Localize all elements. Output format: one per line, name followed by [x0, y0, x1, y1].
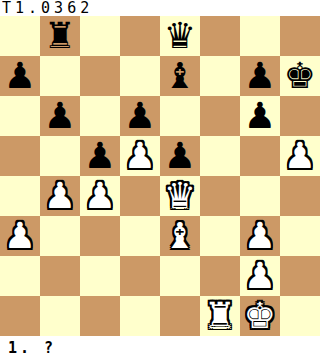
- square-a4[interactable]: [0, 176, 40, 216]
- white-bishop: ♝: [160, 216, 200, 256]
- white-pawn: ♟: [120, 136, 160, 176]
- square-d3[interactable]: [120, 216, 160, 256]
- square-f4[interactable]: [200, 176, 240, 216]
- square-d4[interactable]: [120, 176, 160, 216]
- square-c7[interactable]: [80, 56, 120, 96]
- black-pawn: ♟: [160, 136, 200, 176]
- square-e8[interactable]: ♛: [160, 16, 200, 56]
- white-pawn: ♟: [40, 176, 80, 216]
- square-f8[interactable]: [200, 16, 240, 56]
- square-b5[interactable]: [40, 136, 80, 176]
- square-h8[interactable]: [280, 16, 320, 56]
- white-pawn: ♟: [80, 176, 120, 216]
- square-e2[interactable]: [160, 256, 200, 296]
- square-b2[interactable]: [40, 256, 80, 296]
- black-rook: ♜: [40, 16, 80, 56]
- square-f7[interactable]: [200, 56, 240, 96]
- square-h1[interactable]: [280, 296, 320, 336]
- square-f6[interactable]: [200, 96, 240, 136]
- square-g4[interactable]: [240, 176, 280, 216]
- square-a6[interactable]: [0, 96, 40, 136]
- chess-puzzle-app: T1.0362 ♜♛♟♝♟♚♟♟♟♟♟♟♟♟♟♛♟♝♟♟♜♚ 1. ?: [0, 0, 320, 360]
- black-king: ♚: [280, 56, 320, 96]
- square-c6[interactable]: [80, 96, 120, 136]
- square-a8[interactable]: [0, 16, 40, 56]
- square-c4[interactable]: ♟: [80, 176, 120, 216]
- square-h3[interactable]: [280, 216, 320, 256]
- square-d5[interactable]: ♟: [120, 136, 160, 176]
- white-queen: ♛: [160, 176, 200, 216]
- square-g8[interactable]: [240, 16, 280, 56]
- square-h6[interactable]: [280, 96, 320, 136]
- square-b7[interactable]: [40, 56, 80, 96]
- square-b3[interactable]: [40, 216, 80, 256]
- black-pawn: ♟: [80, 136, 120, 176]
- black-pawn: ♟: [0, 56, 40, 96]
- black-pawn: ♟: [240, 56, 280, 96]
- square-e6[interactable]: [160, 96, 200, 136]
- square-a5[interactable]: [0, 136, 40, 176]
- square-c5[interactable]: ♟: [80, 136, 120, 176]
- square-c2[interactable]: [80, 256, 120, 296]
- square-f2[interactable]: [200, 256, 240, 296]
- square-b6[interactable]: ♟: [40, 96, 80, 136]
- white-pawn: ♟: [0, 216, 40, 256]
- square-g5[interactable]: [240, 136, 280, 176]
- square-e7[interactable]: ♝: [160, 56, 200, 96]
- white-pawn: ♟: [240, 256, 280, 296]
- black-pawn: ♟: [240, 96, 280, 136]
- square-g2[interactable]: ♟: [240, 256, 280, 296]
- square-a3[interactable]: ♟: [0, 216, 40, 256]
- puzzle-id: T1.0362: [0, 0, 320, 16]
- black-pawn: ♟: [40, 96, 80, 136]
- black-bishop: ♝: [160, 56, 200, 96]
- square-f5[interactable]: [200, 136, 240, 176]
- square-h2[interactable]: [280, 256, 320, 296]
- square-a7[interactable]: ♟: [0, 56, 40, 96]
- square-b1[interactable]: [40, 296, 80, 336]
- square-c1[interactable]: [80, 296, 120, 336]
- square-d2[interactable]: [120, 256, 160, 296]
- square-d7[interactable]: [120, 56, 160, 96]
- square-g6[interactable]: ♟: [240, 96, 280, 136]
- white-pawn: ♟: [280, 136, 320, 176]
- square-f1[interactable]: ♜: [200, 296, 240, 336]
- square-e1[interactable]: [160, 296, 200, 336]
- square-c3[interactable]: [80, 216, 120, 256]
- square-g1[interactable]: ♚: [240, 296, 280, 336]
- square-d6[interactable]: ♟: [120, 96, 160, 136]
- square-h5[interactable]: ♟: [280, 136, 320, 176]
- square-h4[interactable]: [280, 176, 320, 216]
- white-king: ♚: [240, 296, 280, 336]
- square-c8[interactable]: [80, 16, 120, 56]
- chess-board: ♜♛♟♝♟♚♟♟♟♟♟♟♟♟♟♛♟♝♟♟♜♚: [0, 16, 320, 336]
- square-d8[interactable]: [120, 16, 160, 56]
- square-b4[interactable]: ♟: [40, 176, 80, 216]
- black-pawn: ♟: [120, 96, 160, 136]
- square-f3[interactable]: [200, 216, 240, 256]
- square-g3[interactable]: ♟: [240, 216, 280, 256]
- square-a2[interactable]: [0, 256, 40, 296]
- square-e4[interactable]: ♛: [160, 176, 200, 216]
- white-rook: ♜: [200, 296, 240, 336]
- move-prompt: 1. ?: [0, 336, 320, 360]
- square-a1[interactable]: [0, 296, 40, 336]
- square-e3[interactable]: ♝: [160, 216, 200, 256]
- square-g7[interactable]: ♟: [240, 56, 280, 96]
- black-queen: ♛: [160, 16, 200, 56]
- square-b8[interactable]: ♜: [40, 16, 80, 56]
- white-pawn: ♟: [240, 216, 280, 256]
- square-d1[interactable]: [120, 296, 160, 336]
- square-e5[interactable]: ♟: [160, 136, 200, 176]
- square-h7[interactable]: ♚: [280, 56, 320, 96]
